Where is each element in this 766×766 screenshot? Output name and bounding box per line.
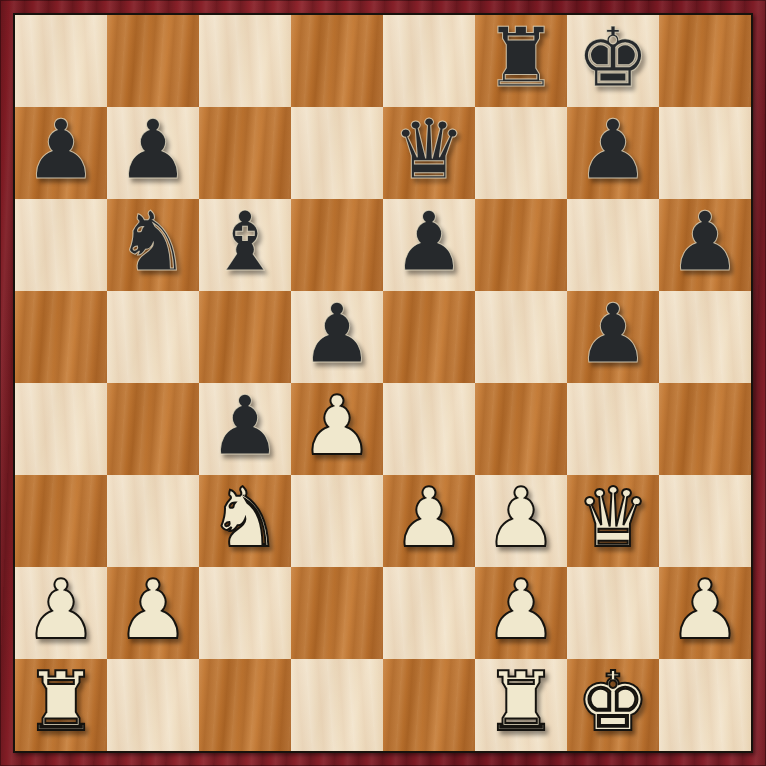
white-king-g1-piece[interactable]: ♚ — [576, 656, 650, 748]
square-h4[interactable] — [659, 383, 751, 475]
square-e1[interactable] — [383, 659, 475, 751]
square-d8[interactable] — [291, 15, 383, 107]
square-e2[interactable] — [383, 567, 475, 659]
square-f3[interactable]: ♟ — [475, 475, 567, 567]
board-frame: ♜♚♟♟♛♟♞♝♟♟♟♟♟♟♞♟♟♛♟♟♟♟♜♜♚ — [0, 0, 766, 766]
square-h7[interactable] — [659, 107, 751, 199]
square-c6[interactable]: ♝ — [199, 199, 291, 291]
square-a6[interactable] — [15, 199, 107, 291]
square-e6[interactable]: ♟ — [383, 199, 475, 291]
square-b7[interactable]: ♟ — [107, 107, 199, 199]
square-f6[interactable] — [475, 199, 567, 291]
square-d2[interactable] — [291, 567, 383, 659]
white-rook-f1-piece[interactable]: ♜ — [484, 656, 558, 748]
black-pawn-g7-piece[interactable]: ♟ — [576, 104, 650, 196]
black-pawn-e6-piece[interactable]: ♟ — [392, 196, 466, 288]
square-g6[interactable] — [567, 199, 659, 291]
square-e8[interactable] — [383, 15, 475, 107]
square-b8[interactable] — [107, 15, 199, 107]
square-h1[interactable] — [659, 659, 751, 751]
black-pawn-c4-piece[interactable]: ♟ — [208, 380, 282, 472]
black-pawn-g5-piece[interactable]: ♟ — [576, 288, 650, 380]
square-b3[interactable] — [107, 475, 199, 567]
square-a4[interactable] — [15, 383, 107, 475]
black-pawn-b7-piece[interactable]: ♟ — [116, 104, 190, 196]
square-c3[interactable]: ♞ — [199, 475, 291, 567]
square-b1[interactable] — [107, 659, 199, 751]
square-g4[interactable] — [567, 383, 659, 475]
square-h6[interactable]: ♟ — [659, 199, 751, 291]
square-h3[interactable] — [659, 475, 751, 567]
white-pawn-d4-piece[interactable]: ♟ — [300, 380, 374, 472]
square-c2[interactable] — [199, 567, 291, 659]
black-knight-b6-piece[interactable]: ♞ — [116, 196, 190, 288]
square-d1[interactable] — [291, 659, 383, 751]
square-a8[interactable] — [15, 15, 107, 107]
square-d5[interactable]: ♟ — [291, 291, 383, 383]
white-pawn-h2-piece[interactable]: ♟ — [668, 564, 742, 656]
square-c1[interactable] — [199, 659, 291, 751]
square-b6[interactable]: ♞ — [107, 199, 199, 291]
square-c7[interactable] — [199, 107, 291, 199]
square-d4[interactable]: ♟ — [291, 383, 383, 475]
black-bishop-c6-piece[interactable]: ♝ — [208, 196, 282, 288]
black-pawn-d5-piece[interactable]: ♟ — [300, 288, 374, 380]
black-king-g8-piece[interactable]: ♚ — [576, 12, 650, 104]
square-a5[interactable] — [15, 291, 107, 383]
square-c4[interactable]: ♟ — [199, 383, 291, 475]
square-d7[interactable] — [291, 107, 383, 199]
square-e4[interactable] — [383, 383, 475, 475]
white-pawn-f3-piece[interactable]: ♟ — [484, 472, 558, 564]
square-d3[interactable] — [291, 475, 383, 567]
white-pawn-a2-piece[interactable]: ♟ — [24, 564, 98, 656]
square-f8[interactable]: ♜ — [475, 15, 567, 107]
square-c5[interactable] — [199, 291, 291, 383]
black-pawn-a7-piece[interactable]: ♟ — [24, 104, 98, 196]
square-h8[interactable] — [659, 15, 751, 107]
square-b2[interactable]: ♟ — [107, 567, 199, 659]
square-b4[interactable] — [107, 383, 199, 475]
square-e3[interactable]: ♟ — [383, 475, 475, 567]
board-inner-edge: ♜♚♟♟♛♟♞♝♟♟♟♟♟♟♞♟♟♛♟♟♟♟♜♜♚ — [13, 13, 753, 753]
square-a3[interactable] — [15, 475, 107, 567]
chess-board: ♜♚♟♟♛♟♞♝♟♟♟♟♟♟♞♟♟♛♟♟♟♟♜♜♚ — [15, 15, 751, 751]
square-g3[interactable]: ♛ — [567, 475, 659, 567]
square-g8[interactable]: ♚ — [567, 15, 659, 107]
square-f4[interactable] — [475, 383, 567, 475]
square-a7[interactable]: ♟ — [15, 107, 107, 199]
square-c8[interactable] — [199, 15, 291, 107]
square-f5[interactable] — [475, 291, 567, 383]
white-rook-a1-piece[interactable]: ♜ — [24, 656, 98, 748]
square-h5[interactable] — [659, 291, 751, 383]
square-g2[interactable] — [567, 567, 659, 659]
square-a2[interactable]: ♟ — [15, 567, 107, 659]
square-f7[interactable] — [475, 107, 567, 199]
square-g5[interactable]: ♟ — [567, 291, 659, 383]
white-knight-c3-piece[interactable]: ♞ — [208, 472, 282, 564]
square-a1[interactable]: ♜ — [15, 659, 107, 751]
square-e5[interactable] — [383, 291, 475, 383]
square-d6[interactable] — [291, 199, 383, 291]
square-g1[interactable]: ♚ — [567, 659, 659, 751]
square-h2[interactable]: ♟ — [659, 567, 751, 659]
square-f1[interactable]: ♜ — [475, 659, 567, 751]
black-pawn-h6-piece[interactable]: ♟ — [668, 196, 742, 288]
white-pawn-b2-piece[interactable]: ♟ — [116, 564, 190, 656]
square-e7[interactable]: ♛ — [383, 107, 475, 199]
square-b5[interactable] — [107, 291, 199, 383]
white-queen-g3-piece[interactable]: ♛ — [576, 472, 650, 564]
black-rook-f8-piece[interactable]: ♜ — [484, 12, 558, 104]
black-queen-e7-piece[interactable]: ♛ — [392, 104, 466, 196]
white-pawn-f2-piece[interactable]: ♟ — [484, 564, 558, 656]
white-pawn-e3-piece[interactable]: ♟ — [392, 472, 466, 564]
square-f2[interactable]: ♟ — [475, 567, 567, 659]
square-g7[interactable]: ♟ — [567, 107, 659, 199]
